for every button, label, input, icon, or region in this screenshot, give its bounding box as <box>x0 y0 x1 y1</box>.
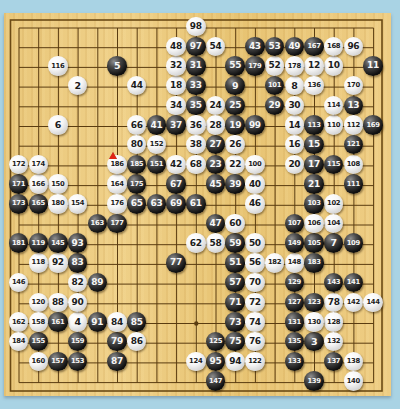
move-number: 23 <box>210 160 222 169</box>
stone-62-white: 62 <box>186 233 206 253</box>
move-number: 102 <box>327 200 340 207</box>
move-number: 168 <box>327 43 340 50</box>
move-number: 113 <box>307 122 320 129</box>
move-number: 39 <box>229 180 241 189</box>
stone-174-white: 174 <box>29 155 49 175</box>
move-number: 141 <box>347 279 360 286</box>
stone-158-white: 158 <box>29 312 49 332</box>
stone-181-black: 181 <box>9 233 29 253</box>
stone-59-black: 59 <box>225 233 245 253</box>
move-number: 42 <box>170 160 182 169</box>
stone-98-white: 98 <box>186 17 206 37</box>
move-number: 62 <box>190 239 202 248</box>
stone-34-white: 34 <box>166 96 186 116</box>
move-number: 14 <box>288 121 300 130</box>
stone-24-white: 24 <box>206 96 226 116</box>
move-number: 94 <box>229 357 241 366</box>
stone-171-black: 171 <box>9 174 29 194</box>
move-number: 174 <box>32 161 45 168</box>
stone-113-black: 113 <box>304 115 324 135</box>
move-number: 6 <box>55 120 61 130</box>
stone-105-black: 105 <box>304 233 324 253</box>
stone-10-white: 10 <box>324 56 344 76</box>
move-number: 36 <box>190 121 202 130</box>
move-number: 96 <box>347 42 359 51</box>
stone-25-black: 25 <box>225 96 245 116</box>
stone-148-white: 148 <box>285 253 305 273</box>
move-number: 127 <box>288 299 301 306</box>
move-number: 149 <box>288 240 301 247</box>
move-number: 27 <box>210 140 222 149</box>
move-number: 56 <box>249 258 261 267</box>
move-number: 80 <box>131 140 143 149</box>
move-number: 3 <box>311 337 317 347</box>
move-number: 97 <box>190 42 202 51</box>
stone-122-white: 122 <box>245 352 265 372</box>
stone-7-black: 7 <box>324 233 344 253</box>
stone-26-white: 26 <box>225 135 245 155</box>
stone-142-white: 142 <box>344 293 364 313</box>
move-number: 105 <box>307 240 320 247</box>
stone-50-white: 50 <box>245 233 265 253</box>
stone-21-black: 21 <box>304 174 324 194</box>
move-number: 32 <box>170 61 182 70</box>
stone-166-white: 166 <box>29 174 49 194</box>
move-number: 24 <box>210 101 222 110</box>
move-number: 101 <box>268 82 281 89</box>
move-number: 66 <box>131 121 143 130</box>
stone-120-white: 120 <box>29 293 49 313</box>
move-number: 172 <box>12 161 25 168</box>
move-number: 106 <box>307 220 320 227</box>
move-number: 166 <box>32 181 45 188</box>
stone-6-white: 6 <box>48 115 68 135</box>
stone-28-white: 28 <box>206 115 226 135</box>
stone-63-black: 63 <box>147 194 167 214</box>
move-number: 34 <box>170 101 182 110</box>
stone-130-white: 130 <box>304 312 324 332</box>
stone-58-white: 58 <box>206 233 226 253</box>
stone-164-white: 164 <box>107 174 127 194</box>
move-number: 7 <box>330 238 336 248</box>
move-number: 11 <box>367 61 379 70</box>
move-number: 88 <box>52 298 64 307</box>
stone-96-white: 96 <box>344 37 364 57</box>
move-number: 116 <box>51 63 64 70</box>
move-number: 61 <box>190 199 202 208</box>
move-number: 171 <box>12 181 25 188</box>
stone-100-white: 100 <box>245 155 265 175</box>
move-number: 110 <box>327 122 340 129</box>
move-number: 79 <box>111 337 123 346</box>
move-number: 139 <box>307 378 320 385</box>
stone-3-black: 3 <box>304 332 324 352</box>
move-number: 16 <box>288 140 300 149</box>
stone-110-white: 110 <box>324 115 344 135</box>
stone-74-white: 74 <box>245 312 265 332</box>
move-number: 160 <box>32 358 45 365</box>
stone-15-black: 15 <box>304 135 324 155</box>
stone-92-white: 92 <box>48 253 68 273</box>
move-number: 53 <box>269 42 281 51</box>
move-number: 15 <box>308 140 320 149</box>
move-number: 148 <box>288 259 301 266</box>
move-number: 181 <box>12 240 25 247</box>
move-number: 114 <box>327 102 340 109</box>
move-number: 46 <box>249 199 261 208</box>
move-number: 84 <box>111 318 123 327</box>
move-number: 186 <box>110 161 123 168</box>
stone-12-white: 12 <box>304 56 324 76</box>
move-number: 19 <box>229 121 241 130</box>
move-number: 21 <box>308 180 320 189</box>
stone-66-white: 66 <box>127 115 147 135</box>
stone-123-black: 123 <box>304 293 324 313</box>
stone-11-black: 11 <box>363 56 383 76</box>
move-number: 119 <box>32 240 45 247</box>
stone-42-white: 42 <box>166 155 186 175</box>
stone-102-white: 102 <box>324 194 344 214</box>
move-number: 67 <box>170 180 182 189</box>
move-number: 158 <box>32 319 45 326</box>
stone-173-black: 173 <box>9 194 29 214</box>
stone-124-white: 124 <box>186 352 206 372</box>
move-number: 146 <box>12 279 25 286</box>
move-number: 157 <box>51 358 64 365</box>
stone-85-black: 85 <box>127 312 147 332</box>
stone-88-white: 88 <box>48 293 68 313</box>
move-number: 10 <box>328 61 340 70</box>
move-number: 44 <box>131 81 143 90</box>
stone-109-black: 109 <box>344 233 364 253</box>
move-number: 138 <box>347 358 360 365</box>
stone-178-white: 178 <box>285 56 305 76</box>
move-number: 165 <box>32 200 45 207</box>
move-number: 122 <box>248 358 261 365</box>
stone-177-black: 177 <box>107 214 127 234</box>
move-number: 142 <box>347 299 360 306</box>
move-number: 103 <box>307 200 320 207</box>
move-number: 179 <box>248 63 261 70</box>
stone-111-black: 111 <box>344 174 364 194</box>
move-number: 40 <box>249 180 261 189</box>
stone-77-black: 77 <box>166 253 186 273</box>
move-number: 51 <box>229 258 241 267</box>
stone-138-white: 138 <box>344 352 364 372</box>
move-number: 145 <box>51 240 64 247</box>
move-number: 12 <box>308 61 320 70</box>
move-number: 69 <box>170 199 182 208</box>
move-number: 13 <box>347 101 359 110</box>
stone-20-white: 20 <box>285 155 305 175</box>
move-number: 57 <box>229 278 241 287</box>
move-number: 92 <box>52 258 64 267</box>
move-number: 132 <box>327 338 340 345</box>
move-number: 72 <box>249 298 261 307</box>
move-number: 108 <box>347 161 360 168</box>
move-number: 28 <box>210 121 222 130</box>
stone-29-black: 29 <box>265 96 285 116</box>
stone-31-black: 31 <box>186 56 206 76</box>
move-number: 49 <box>288 42 300 51</box>
stone-53-black: 53 <box>265 37 285 57</box>
stone-39-black: 39 <box>225 174 245 194</box>
move-number: 153 <box>71 358 84 365</box>
move-number: 2 <box>74 81 80 91</box>
move-number: 31 <box>190 61 202 70</box>
move-number: 33 <box>190 81 202 90</box>
stone-133-black: 133 <box>285 352 305 372</box>
move-number: 30 <box>288 101 300 110</box>
move-number: 59 <box>229 239 241 248</box>
stone-91-black: 91 <box>88 312 108 332</box>
stone-68-white: 68 <box>186 155 206 175</box>
stone-94-white: 94 <box>225 352 245 372</box>
move-number: 52 <box>269 61 281 70</box>
move-number: 4 <box>74 317 80 327</box>
stone-56-white: 56 <box>245 253 265 273</box>
move-number: 135 <box>288 338 301 345</box>
stone-19-black: 19 <box>225 115 245 135</box>
move-number: 144 <box>366 299 379 306</box>
stone-14-white: 14 <box>285 115 305 135</box>
move-number: 87 <box>111 357 123 366</box>
stone-116-white: 116 <box>48 56 68 76</box>
move-number: 85 <box>131 318 143 327</box>
move-number: 93 <box>72 239 84 248</box>
move-number: 45 <box>210 180 222 189</box>
move-number: 48 <box>170 42 182 51</box>
move-number: 78 <box>328 298 340 307</box>
stone-73-black: 73 <box>225 312 245 332</box>
stone-51-black: 51 <box>225 253 245 273</box>
move-number: 104 <box>327 220 340 227</box>
move-number: 25 <box>229 101 241 110</box>
move-number: 54 <box>210 42 222 51</box>
stone-13-black: 13 <box>344 96 364 116</box>
move-number: 136 <box>307 82 320 89</box>
move-number: 9 <box>232 81 238 91</box>
move-number: 8 <box>291 81 297 91</box>
stone-162-white: 162 <box>9 312 29 332</box>
move-number: 100 <box>248 161 261 168</box>
stone-71-black: 71 <box>225 293 245 313</box>
stone-75-black: 75 <box>225 332 245 352</box>
stone-106-white: 106 <box>304 214 324 234</box>
move-number: 63 <box>150 199 162 208</box>
move-number: 65 <box>131 199 143 208</box>
stone-83-black: 83 <box>68 253 88 273</box>
move-number: 50 <box>249 239 261 248</box>
move-number: 90 <box>72 298 84 307</box>
stone-131-black: 131 <box>285 312 305 332</box>
move-number: 128 <box>327 319 340 326</box>
move-number: 38 <box>190 140 202 149</box>
stone-175-black: 175 <box>127 174 147 194</box>
move-number: 175 <box>130 181 143 188</box>
move-number: 111 <box>347 181 360 188</box>
stone-65-black: 65 <box>127 194 147 214</box>
move-number: 20 <box>288 160 300 169</box>
move-number: 169 <box>366 122 379 129</box>
stone-60-white: 60 <box>225 214 245 234</box>
move-number: 35 <box>190 101 202 110</box>
stone-17-black: 17 <box>304 155 324 175</box>
stone-165-black: 165 <box>29 194 49 214</box>
stone-18-white: 18 <box>166 76 186 96</box>
stone-57-black: 57 <box>225 273 245 293</box>
move-number: 155 <box>32 338 45 345</box>
stone-183-black: 183 <box>304 253 324 273</box>
move-number: 75 <box>229 337 241 346</box>
stone-157-black: 157 <box>48 352 68 372</box>
move-number: 184 <box>12 338 25 345</box>
stone-149-black: 149 <box>285 233 305 253</box>
move-number: 163 <box>91 220 104 227</box>
stone-160-white: 160 <box>29 352 49 372</box>
move-number: 95 <box>210 357 222 366</box>
move-number: 107 <box>288 220 301 227</box>
stone-40-white: 40 <box>245 174 265 194</box>
move-number: 140 <box>347 378 360 385</box>
stone-41-black: 41 <box>147 115 167 135</box>
move-number: 147 <box>209 378 222 385</box>
move-number: 177 <box>110 220 123 227</box>
move-number: 55 <box>229 61 241 70</box>
stone-37-black: 37 <box>166 115 186 135</box>
move-number: 185 <box>130 161 143 168</box>
move-number: 173 <box>12 200 25 207</box>
stone-147-black: 147 <box>206 371 226 391</box>
stone-182-white: 182 <box>265 253 285 273</box>
stone-145-black: 145 <box>48 233 68 253</box>
stone-5-black: 5 <box>107 56 127 76</box>
stone-118-white: 118 <box>29 253 49 273</box>
move-number: 22 <box>229 160 241 169</box>
move-number: 115 <box>327 161 340 168</box>
stone-87-black: 87 <box>107 352 127 372</box>
stone-97-black: 97 <box>186 37 206 57</box>
stone-38-white: 38 <box>186 135 206 155</box>
stone-140-white: 140 <box>344 371 364 391</box>
stone-55-black: 55 <box>225 56 245 76</box>
move-number: 143 <box>327 279 340 286</box>
move-number: 47 <box>210 219 222 228</box>
stone-150-white: 150 <box>48 174 68 194</box>
move-number: 91 <box>91 318 103 327</box>
move-number: 29 <box>269 101 281 110</box>
stone-76-white: 76 <box>245 332 265 352</box>
move-number: 130 <box>307 319 320 326</box>
move-number: 162 <box>12 319 25 326</box>
stone-128-white: 128 <box>324 312 344 332</box>
stone-179-black: 179 <box>245 56 265 76</box>
move-number: 58 <box>210 239 222 248</box>
move-number: 26 <box>229 140 241 149</box>
stone-136-white: 136 <box>304 76 324 96</box>
move-number: 180 <box>51 200 64 207</box>
stone-161-black: 161 <box>48 312 68 332</box>
move-number: 74 <box>249 318 261 327</box>
move-number: 164 <box>110 181 123 188</box>
stone-61-black: 61 <box>186 194 206 214</box>
stone-154-white: 154 <box>68 194 88 214</box>
stone-70-white: 70 <box>245 273 265 293</box>
move-number: 125 <box>209 338 222 345</box>
move-number: 41 <box>150 121 162 130</box>
move-number: 60 <box>229 219 241 228</box>
move-number: 161 <box>51 319 64 326</box>
stone-67-black: 67 <box>166 174 186 194</box>
move-number: 5 <box>114 61 120 71</box>
move-number: 124 <box>189 358 202 365</box>
last-move-marker <box>109 152 117 159</box>
stone-32-white: 32 <box>166 56 186 76</box>
stone-49-black: 49 <box>285 37 305 57</box>
move-number: 83 <box>72 258 84 267</box>
move-number: 89 <box>91 278 103 287</box>
stone-127-black: 127 <box>285 293 305 313</box>
stone-22-white: 22 <box>225 155 245 175</box>
move-number: 98 <box>190 22 202 31</box>
stone-180-white: 180 <box>48 194 68 214</box>
stone-69-black: 69 <box>166 194 186 214</box>
move-number: 120 <box>32 299 45 306</box>
move-number: 99 <box>249 121 261 130</box>
move-number: 150 <box>51 181 64 188</box>
stone-89-black: 89 <box>88 273 108 293</box>
stone-99-black: 99 <box>245 115 265 135</box>
move-number: 176 <box>110 200 123 207</box>
move-number: 167 <box>307 43 320 50</box>
move-number: 152 <box>150 141 163 148</box>
stone-103-black: 103 <box>304 194 324 214</box>
move-number: 154 <box>71 200 84 207</box>
move-number: 112 <box>347 122 360 129</box>
stone-112-white: 112 <box>344 115 364 135</box>
stone-169-black: 169 <box>363 115 383 135</box>
stone-139-black: 139 <box>304 371 324 391</box>
move-number: 82 <box>72 278 84 287</box>
stone-43-black: 43 <box>245 37 265 57</box>
stone-79-black: 79 <box>107 332 127 352</box>
move-number: 68 <box>190 160 202 169</box>
move-number: 70 <box>249 278 261 287</box>
stone-84-white: 84 <box>107 312 127 332</box>
move-number: 77 <box>170 258 182 267</box>
stone-46-white: 46 <box>245 194 265 214</box>
stone-144-white: 144 <box>363 293 383 313</box>
move-number: 151 <box>150 161 163 168</box>
move-number: 133 <box>288 358 301 365</box>
stone-72-white: 72 <box>245 293 265 313</box>
stone-93-black: 93 <box>68 233 88 253</box>
app-background: 2345678910111213141516171819202122232425… <box>0 0 400 409</box>
move-number: 118 <box>32 259 45 266</box>
stone-176-white: 176 <box>107 194 127 214</box>
stone-167-black: 167 <box>304 37 324 57</box>
stone-9-black: 9 <box>225 76 245 96</box>
stone-4-white: 4 <box>68 312 88 332</box>
stone-163-black: 163 <box>88 214 108 234</box>
move-number: 18 <box>170 81 182 90</box>
move-number: 76 <box>249 337 261 346</box>
move-number: 129 <box>288 279 301 286</box>
move-number: 131 <box>288 319 301 326</box>
move-number: 37 <box>170 121 182 130</box>
move-number: 121 <box>347 141 360 148</box>
move-number: 17 <box>308 160 320 169</box>
